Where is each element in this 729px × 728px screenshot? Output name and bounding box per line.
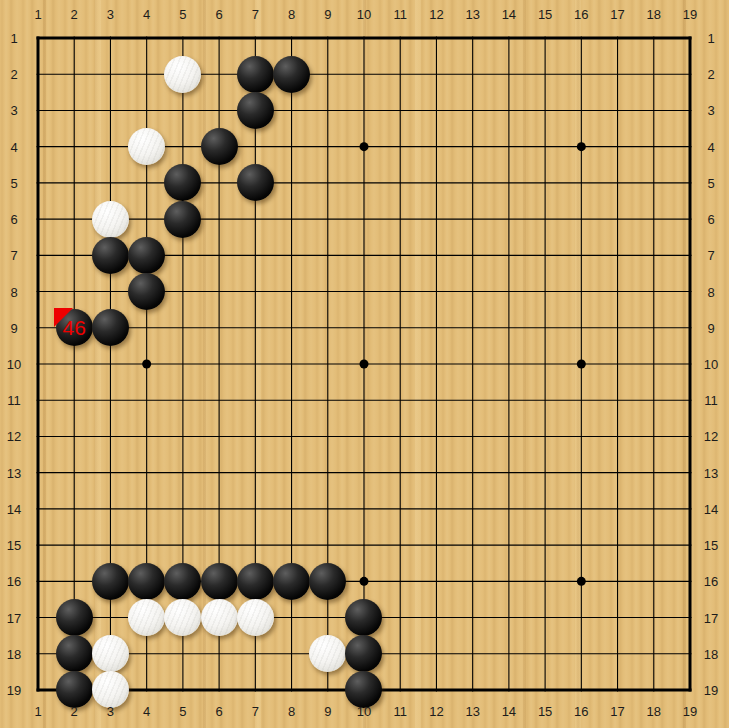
black-stone-4-8 [128, 273, 165, 310]
go-board: 46 1122334455667788991010111112121313141… [0, 0, 729, 728]
black-stone-10-18 [345, 635, 382, 672]
black-stone-3-9 [92, 309, 129, 346]
black-stone-4-16 [128, 563, 165, 600]
board-intersections[interactable]: 46 [20, 20, 708, 708]
black-stone-9-16 [309, 563, 346, 600]
black-stone-7-3 [237, 92, 274, 129]
black-stone-8-16 [273, 563, 310, 600]
white-stone-9-18 [309, 635, 346, 672]
white-stone-3-6 [92, 201, 129, 238]
black-stone-10-17 [345, 599, 382, 636]
black-stone-4-7 [128, 237, 165, 274]
black-stone-7-16 [237, 563, 274, 600]
white-stone-5-17 [164, 599, 201, 636]
white-stone-3-18 [92, 635, 129, 672]
black-stone-6-16 [201, 563, 238, 600]
black-stone-8-2 [273, 56, 310, 93]
white-stone-4-17 [128, 599, 165, 636]
black-stone-2-19 [56, 671, 93, 708]
white-stone-3-19 [92, 671, 129, 708]
black-stone-5-16 [164, 563, 201, 600]
black-stone-7-2 [237, 56, 274, 93]
white-stone-4-4 [128, 128, 165, 165]
last-move-number: 46 [56, 309, 93, 346]
white-stone-5-2 [164, 56, 201, 93]
black-stone-3-16 [92, 563, 129, 600]
black-stone-7-5 [237, 164, 274, 201]
white-stone-6-17 [201, 599, 238, 636]
black-stone-6-4 [201, 128, 238, 165]
black-stone-2-18 [56, 635, 93, 672]
black-stone-10-19 [345, 671, 382, 708]
black-stone-5-5 [164, 164, 201, 201]
black-stone-2-9: 46 [56, 309, 93, 346]
black-stone-2-17 [56, 599, 93, 636]
black-stone-3-7 [92, 237, 129, 274]
white-stone-7-17 [237, 599, 274, 636]
black-stone-5-6 [164, 201, 201, 238]
